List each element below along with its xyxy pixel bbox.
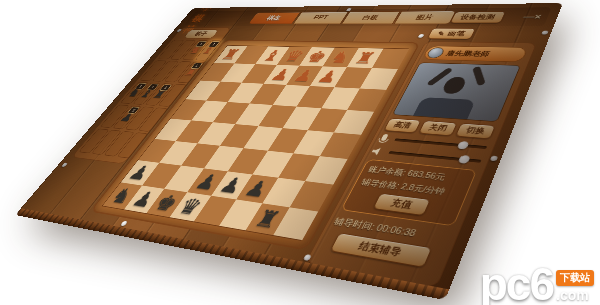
teacher-avatar [425,47,445,58]
mode-tabs: 棋盘 PPT 白板 图片 [248,10,456,23]
teacher-name: 唐先鹏老师 [445,49,492,58]
microphone-icon [380,134,388,141]
pc6-watermark: pc6 下载站 .com [480,264,594,305]
brush-button[interactable]: ✎ 画笔 [427,28,476,39]
mic-slider[interactable] [394,138,487,149]
speaker-icon [370,147,385,156]
video-hd-button[interactable]: 高清 [383,118,421,133]
watermark-logo-text: pc6 [480,264,553,305]
brush-label: 画笔 [446,30,467,38]
volume-slider-knob[interactable] [457,155,470,164]
device-check-button[interactable]: 设备检测 [450,11,506,23]
video-switch-button[interactable]: 切换 [455,123,496,139]
tab-image[interactable]: 图片 [394,10,456,23]
watermark-suffix: .com [556,287,594,303]
video-figure-arm [472,66,485,86]
watermark-badge: 下载站 [556,270,594,286]
volume-slider[interactable] [388,151,481,163]
video-figure-body [413,97,476,119]
video-close-button[interactable]: 关闭 [418,120,457,136]
piece-tray-label: 棋子 [183,29,219,38]
title-bar: 小棋神 棋盘 PPT 白板 图片 设备检测 — × [184,7,552,26]
account-box: 账户余额: 683.56元 辅导价格: 2.8元/分钟 充值 [341,159,477,226]
video-figure-head [441,77,468,95]
recharge-button[interactable]: 充值 [372,193,430,216]
tab-whiteboard[interactable]: 白板 [342,11,401,24]
screw-decoration [541,31,548,35]
tab-ppt[interactable]: PPT [293,11,348,23]
teacher-video-feed [392,62,521,122]
screw-decoration [490,156,499,162]
app-window: 小棋神 棋盘 PPT 白板 图片 设备检测 — × 棋子 ♞1♝1♜1♞1♝1♜… [15,3,563,300]
mic-slider-knob[interactable] [457,141,470,150]
main-area: 棋子 ♞1♝1♜1♞1♝1♜1♟2 ♜♝♛♚♞♜♟♟♟♟♟♟♟♞♟♚♛♜ ✎ 画… [26,27,543,288]
teacher-nameplate: 唐先鹏老师 [422,46,529,63]
